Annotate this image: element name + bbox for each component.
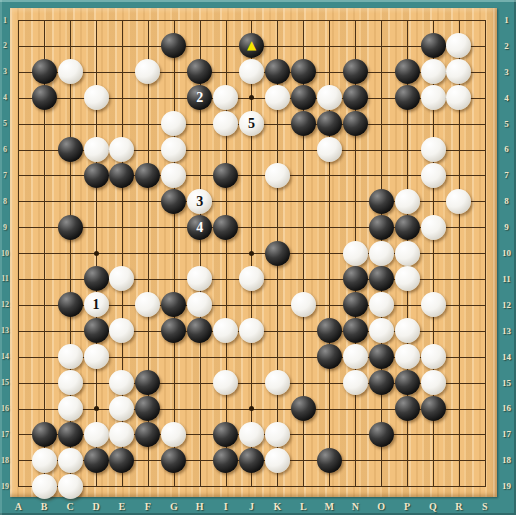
board-point-N15[interactable]	[342, 370, 368, 396]
white-stone	[58, 448, 83, 473]
black-stone	[395, 85, 420, 110]
board-point-M14[interactable]	[316, 344, 342, 370]
white-stone	[265, 85, 290, 110]
white-stone	[395, 266, 420, 291]
column-label-H: H	[187, 497, 213, 515]
white-stone	[239, 318, 264, 343]
white-stone	[84, 422, 109, 447]
board-point-F12[interactable]	[135, 292, 161, 318]
board-point-P16[interactable]	[394, 395, 420, 421]
board-point-H11[interactable]	[187, 266, 213, 292]
black-stone	[369, 215, 394, 240]
board-point-M4[interactable]	[316, 85, 342, 111]
board-point-G8[interactable]	[161, 188, 187, 214]
board-point-L16[interactable]	[290, 395, 316, 421]
board-point-Q12[interactable]	[420, 292, 446, 318]
white-stone	[446, 85, 471, 110]
row-coordinates-left: 12345678910111213141516171819	[0, 7, 10, 499]
board-point-R4[interactable]	[446, 85, 472, 111]
white-stone	[84, 85, 109, 110]
row-coordinates-left-label-19: 19	[0, 473, 10, 499]
black-stone: 2	[187, 85, 212, 110]
black-stone	[291, 59, 316, 84]
black-stone	[213, 448, 238, 473]
board-point-D12[interactable]: 1	[83, 292, 109, 318]
white-stone	[395, 241, 420, 266]
row-coordinates-right-label-14: 14	[497, 344, 516, 370]
board-point-B4[interactable]	[31, 85, 57, 111]
board-point-C9[interactable]	[57, 214, 83, 240]
white-stone	[161, 422, 186, 447]
black-stone	[58, 422, 83, 447]
white-stone	[265, 448, 290, 473]
white-stone	[421, 137, 446, 162]
board-point-N4[interactable]	[342, 85, 368, 111]
board-point-O11[interactable]	[368, 266, 394, 292]
board-point-Q14[interactable]	[420, 344, 446, 370]
move-number-label: 4	[196, 215, 203, 240]
board-point-F3[interactable]	[135, 59, 161, 85]
board-point-O14[interactable]	[368, 344, 394, 370]
board-point-E13[interactable]	[109, 318, 135, 344]
board-point-D13[interactable]	[83, 318, 109, 344]
row-coordinates-right-label-7: 7	[497, 162, 516, 188]
white-stone	[369, 318, 394, 343]
white-stone	[421, 85, 446, 110]
white-stone	[317, 85, 342, 110]
white-stone	[213, 85, 238, 110]
board-point-G12[interactable]	[161, 292, 187, 318]
white-stone	[421, 292, 446, 317]
column-label-D: D	[83, 497, 109, 515]
column-label-P: P	[394, 497, 420, 515]
board-point-K10[interactable]	[265, 240, 291, 266]
board-point-P9[interactable]	[394, 214, 420, 240]
black-stone	[421, 33, 446, 58]
board-point-J5[interactable]: 5	[239, 111, 265, 137]
white-stone	[135, 59, 160, 84]
board-point-C3[interactable]	[57, 59, 83, 85]
black-stone	[58, 137, 83, 162]
board-point-N10[interactable]	[342, 240, 368, 266]
board-point-H9[interactable]: 4	[187, 214, 213, 240]
black-stone	[84, 318, 109, 343]
white-stone	[187, 292, 212, 317]
black-stone	[135, 422, 160, 447]
board-point-K15[interactable]	[265, 370, 291, 396]
board-point-C6[interactable]	[57, 137, 83, 163]
board-point-L3[interactable]	[290, 59, 316, 85]
black-stone	[317, 344, 342, 369]
board-point-H12[interactable]	[187, 292, 213, 318]
board-point-L12[interactable]	[290, 292, 316, 318]
black-stone	[291, 85, 316, 110]
board-point-I15[interactable]	[213, 370, 239, 396]
black-stone	[135, 370, 160, 395]
white-stone	[446, 189, 471, 214]
board-point-J18[interactable]	[239, 447, 265, 473]
board-point-C17[interactable]	[57, 421, 83, 447]
black-stone	[343, 266, 368, 291]
board-point-R2[interactable]	[446, 33, 472, 59]
white-stone	[213, 111, 238, 136]
black-stone	[58, 215, 83, 240]
board-point-M13[interactable]	[316, 318, 342, 344]
board-point-P13[interactable]	[394, 318, 420, 344]
black-stone: 4	[187, 215, 212, 240]
black-stone	[395, 215, 420, 240]
board-point-D6[interactable]	[83, 137, 109, 163]
row-coordinates-right-label-6: 6	[497, 137, 516, 163]
board-point-N13[interactable]	[342, 318, 368, 344]
white-stone	[161, 163, 186, 188]
white-stone	[109, 370, 134, 395]
row-coordinates-right-label-18: 18	[497, 447, 516, 473]
black-stone	[213, 215, 238, 240]
black-stone	[213, 163, 238, 188]
board-point-R3[interactable]	[446, 59, 472, 85]
board-point-R8[interactable]	[446, 188, 472, 214]
column-label-B: B	[31, 497, 57, 515]
black-stone	[213, 422, 238, 447]
board-point-Q7[interactable]	[420, 162, 446, 188]
board-point-J2[interactable]: ▲	[239, 33, 265, 59]
board-point-I18[interactable]	[213, 447, 239, 473]
row-coordinates-right-label-12: 12	[497, 292, 516, 318]
black-stone	[317, 111, 342, 136]
board-point-P11[interactable]	[394, 266, 420, 292]
white-stone	[161, 111, 186, 136]
board-point-D11[interactable]	[83, 266, 109, 292]
board-point-M5[interactable]	[316, 111, 342, 137]
board-point-K18[interactable]	[265, 447, 291, 473]
white-stone	[369, 292, 394, 317]
board-point-E18[interactable]	[109, 447, 135, 473]
row-coordinates-left-label-1: 1	[0, 7, 10, 33]
black-stone	[291, 396, 316, 421]
board-point-C18[interactable]	[57, 447, 83, 473]
white-stone	[421, 215, 446, 240]
board-point-I7[interactable]	[213, 162, 239, 188]
black-stone	[343, 292, 368, 317]
white-stone	[109, 422, 134, 447]
column-label-E: E	[109, 497, 135, 515]
black-stone	[109, 448, 134, 473]
last-move-triangle-marker: ▲	[247, 39, 256, 51]
board-point-B18[interactable]	[31, 447, 57, 473]
white-stone	[32, 474, 57, 499]
row-coordinates-right-label-16: 16	[497, 395, 516, 421]
board-point-G7[interactable]	[161, 162, 187, 188]
white-stone	[109, 318, 134, 343]
row-coordinates-left-label-6: 6	[0, 137, 10, 163]
row-coordinates-left-label-11: 11	[0, 266, 10, 292]
board-point-O15[interactable]	[368, 370, 394, 396]
black-stone	[84, 163, 109, 188]
board-point-O12[interactable]	[368, 292, 394, 318]
black-stone	[84, 266, 109, 291]
board-point-G17[interactable]	[161, 421, 187, 447]
white-stone	[343, 241, 368, 266]
board-point-K3[interactable]	[265, 59, 291, 85]
column-label-L: L	[290, 497, 316, 515]
white-stone	[32, 448, 57, 473]
row-coordinates-left-label-7: 7	[0, 162, 10, 188]
white-stone	[58, 344, 83, 369]
board-point-Q16[interactable]	[420, 395, 446, 421]
black-stone	[265, 241, 290, 266]
board-point-C16[interactable]	[57, 395, 83, 421]
white-stone	[421, 59, 446, 84]
board-point-P15[interactable]	[394, 370, 420, 396]
black-stone	[161, 33, 186, 58]
board-point-E15[interactable]	[109, 370, 135, 396]
board-point-I4[interactable]	[213, 85, 239, 111]
white-stone	[421, 344, 446, 369]
row-coordinates-right-label-5: 5	[497, 111, 516, 137]
row-coordinates-left-label-2: 2	[0, 33, 10, 59]
white-stone	[84, 344, 109, 369]
board-point-J17[interactable]	[239, 421, 265, 447]
board-point-I13[interactable]	[213, 318, 239, 344]
white-stone	[265, 422, 290, 447]
white-stone	[421, 370, 446, 395]
black-stone	[32, 85, 57, 110]
board-point-P10[interactable]	[394, 240, 420, 266]
black-stone	[161, 448, 186, 473]
board-point-P4[interactable]	[394, 85, 420, 111]
board-point-F16[interactable]	[135, 395, 161, 421]
black-stone	[369, 422, 394, 447]
white-stone	[58, 59, 83, 84]
black-stone	[421, 396, 446, 421]
white-stone	[265, 370, 290, 395]
column-coordinates: ABCDEFGHIJKLMNOPQRS	[5, 497, 498, 515]
board-point-J11[interactable]	[239, 266, 265, 292]
go-board[interactable]: ▲25341	[5, 7, 498, 499]
board-point-K4[interactable]	[265, 85, 291, 111]
white-stone: 1	[84, 292, 109, 317]
board-point-C14[interactable]	[57, 344, 83, 370]
black-stone	[343, 318, 368, 343]
white-stone	[265, 163, 290, 188]
board-point-L5[interactable]	[290, 111, 316, 137]
board-point-Q4[interactable]	[420, 85, 446, 111]
row-coordinates-right-label-3: 3	[497, 59, 516, 85]
white-stone	[421, 163, 446, 188]
black-stone	[317, 318, 342, 343]
board-point-G13[interactable]	[161, 318, 187, 344]
row-coordinates-left-label-8: 8	[0, 188, 10, 214]
board-point-N3[interactable]	[342, 59, 368, 85]
white-stone: 5	[239, 111, 264, 136]
board-point-F17[interactable]	[135, 421, 161, 447]
white-stone	[343, 370, 368, 395]
board-point-Q2[interactable]	[420, 33, 446, 59]
board-point-O10[interactable]	[368, 240, 394, 266]
board-point-B17[interactable]	[31, 421, 57, 447]
row-coordinates-right-label-1: 1	[497, 7, 516, 33]
board-point-D18[interactable]	[83, 447, 109, 473]
board-point-Q6[interactable]	[420, 137, 446, 163]
white-stone	[446, 59, 471, 84]
row-coordinates-right: 12345678910111213141516171819	[497, 7, 516, 499]
black-stone	[343, 111, 368, 136]
board-point-E6[interactable]	[109, 137, 135, 163]
board-point-B3[interactable]	[31, 59, 57, 85]
row-coordinates-right-label-13: 13	[497, 318, 516, 344]
board-point-Q15[interactable]	[420, 370, 446, 396]
white-stone	[395, 344, 420, 369]
white-stone	[213, 318, 238, 343]
white-stone	[109, 396, 134, 421]
board-point-O9[interactable]	[368, 214, 394, 240]
board-point-N12[interactable]	[342, 292, 368, 318]
black-stone	[58, 292, 83, 317]
row-coordinates-left-label-15: 15	[0, 370, 10, 396]
row-coordinates-right-label-9: 9	[497, 214, 516, 240]
board-point-M6[interactable]	[316, 137, 342, 163]
white-stone	[239, 266, 264, 291]
white-stone	[369, 241, 394, 266]
row-coordinates-left-label-16: 16	[0, 395, 10, 421]
black-stone	[343, 85, 368, 110]
black-stone	[343, 59, 368, 84]
board-point-L4[interactable]	[290, 85, 316, 111]
star-point	[83, 395, 109, 421]
board-point-O8[interactable]	[368, 188, 394, 214]
move-number-label: 3	[196, 189, 203, 214]
board-point-N5[interactable]	[342, 111, 368, 137]
board-point-D17[interactable]	[83, 421, 109, 447]
row-coordinates-right-label-17: 17	[497, 421, 516, 447]
row-coordinates-right-label-15: 15	[497, 370, 516, 396]
column-label-M: M	[316, 497, 342, 515]
white-stone	[317, 137, 342, 162]
board-point-J13[interactable]	[239, 318, 265, 344]
board-point-H4[interactable]: 2	[187, 85, 213, 111]
white-stone	[58, 370, 83, 395]
row-coordinates-left-label-3: 3	[0, 59, 10, 85]
board-point-G2[interactable]	[161, 33, 187, 59]
board-point-P14[interactable]	[394, 344, 420, 370]
column-label-N: N	[342, 497, 368, 515]
board-point-P3[interactable]	[394, 59, 420, 85]
board-point-E16[interactable]	[109, 395, 135, 421]
board-point-O17[interactable]	[368, 421, 394, 447]
board-point-C12[interactable]	[57, 292, 83, 318]
star-point	[239, 240, 265, 266]
column-label-C: C	[57, 497, 83, 515]
row-coordinates-left-label-18: 18	[0, 447, 10, 473]
black-stone: ▲	[239, 33, 264, 58]
row-coordinates-left-label-4: 4	[0, 85, 10, 111]
column-label-F: F	[135, 497, 161, 515]
black-stone	[291, 111, 316, 136]
white-stone	[109, 266, 134, 291]
board-point-I9[interactable]	[213, 214, 239, 240]
row-coordinates-left-label-12: 12	[0, 292, 10, 318]
row-coordinates-right-label-8: 8	[497, 188, 516, 214]
black-stone	[161, 292, 186, 317]
white-stone	[213, 370, 238, 395]
board-point-D7[interactable]	[83, 162, 109, 188]
move-number-label: 1	[93, 292, 100, 317]
star-point	[239, 395, 265, 421]
black-stone	[32, 422, 57, 447]
board-point-I17[interactable]	[213, 421, 239, 447]
board-point-P8[interactable]	[394, 188, 420, 214]
board-point-J3[interactable]	[239, 59, 265, 85]
move-number-label: 5	[248, 111, 255, 136]
board-point-D14[interactable]	[83, 344, 109, 370]
star-point	[83, 240, 109, 266]
board-point-O13[interactable]	[368, 318, 394, 344]
board-point-H8[interactable]: 3	[187, 188, 213, 214]
black-stone	[369, 266, 394, 291]
black-stone	[369, 344, 394, 369]
board-point-F7[interactable]	[135, 162, 161, 188]
board-point-B19[interactable]	[31, 473, 57, 499]
black-stone	[187, 318, 212, 343]
black-stone	[369, 189, 394, 214]
board-point-G5[interactable]	[161, 111, 187, 137]
column-label-Q: Q	[420, 497, 446, 515]
board-point-E11[interactable]	[109, 266, 135, 292]
column-label-J: J	[239, 497, 265, 515]
board-point-C15[interactable]	[57, 370, 83, 396]
star-point	[239, 85, 265, 111]
black-stone	[135, 396, 160, 421]
board-point-G6[interactable]	[161, 137, 187, 163]
white-stone	[239, 422, 264, 447]
board-point-K7[interactable]	[265, 162, 291, 188]
board-point-F15[interactable]	[135, 370, 161, 396]
black-stone	[84, 448, 109, 473]
board-point-H13[interactable]	[187, 318, 213, 344]
board-point-D4[interactable]	[83, 85, 109, 111]
board-point-N14[interactable]	[342, 344, 368, 370]
board-point-Q9[interactable]	[420, 214, 446, 240]
row-coordinates-left-label-13: 13	[0, 318, 10, 344]
column-label-S: S	[472, 497, 498, 515]
board-point-E7[interactable]	[109, 162, 135, 188]
black-stone	[161, 318, 186, 343]
board-point-Q3[interactable]	[420, 59, 446, 85]
row-coordinates-right-label-4: 4	[497, 85, 516, 111]
white-stone	[395, 189, 420, 214]
board-point-G18[interactable]	[161, 447, 187, 473]
black-stone	[109, 163, 134, 188]
board-point-N11[interactable]	[342, 266, 368, 292]
row-coordinates-left-label-14: 14	[0, 344, 10, 370]
white-stone	[343, 344, 368, 369]
column-label-G: G	[161, 497, 187, 515]
column-label-K: K	[265, 497, 291, 515]
board-point-I5[interactable]	[213, 111, 239, 137]
row-coordinates-left-label-17: 17	[0, 421, 10, 447]
board-point-E17[interactable]	[109, 421, 135, 447]
row-coordinates-left-label-9: 9	[0, 214, 10, 240]
row-coordinates-left-label-5: 5	[0, 111, 10, 137]
board-point-K17[interactable]	[265, 421, 291, 447]
board-point-C19[interactable]	[57, 473, 83, 499]
black-stone	[161, 189, 186, 214]
white-stone	[58, 396, 83, 421]
board-point-H3[interactable]	[187, 59, 213, 85]
board-point-M18[interactable]	[316, 447, 342, 473]
white-stone	[239, 59, 264, 84]
